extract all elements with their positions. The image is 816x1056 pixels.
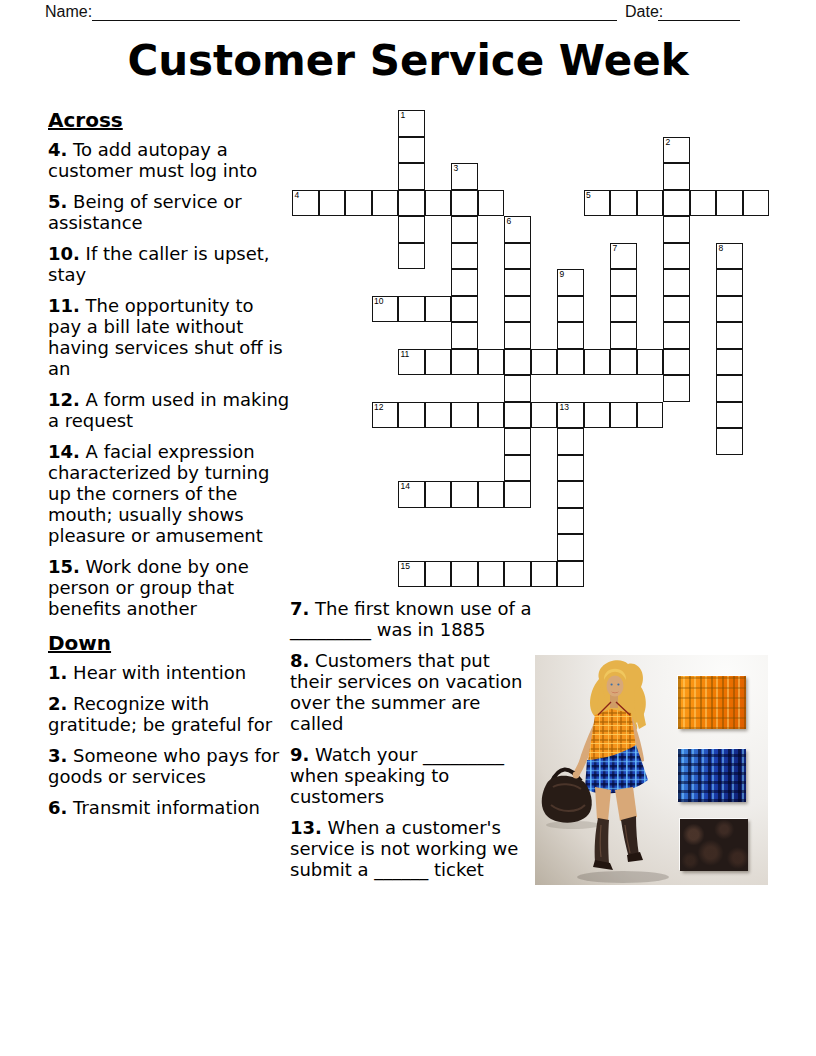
cell-10-14[interactable] [663,375,690,402]
void-cell [292,163,319,190]
void-cell [345,534,372,561]
cell-17-10[interactable] [557,561,584,588]
void-cell [425,534,452,561]
void-cell [637,375,664,402]
void-cell [345,243,372,270]
void-cell [690,216,717,243]
cell-17-6[interactable] [451,561,478,588]
cell-4-8[interactable]: 6 [504,216,531,243]
void-cell [743,349,770,376]
void-cell [663,481,690,508]
cell-9-6[interactable] [451,349,478,376]
down-clue-list-right: 7. The first known use of a _________ wa… [290,598,533,880]
cell-14-4[interactable]: 14 [398,481,425,508]
void-cell [663,508,690,535]
crossword-grid: 123456789101112131415 [292,110,769,587]
across-clue-list: 4. To add autopay a customer must log in… [48,139,291,619]
void-cell [345,428,372,455]
void-cell [292,269,319,296]
void-cell [584,561,611,588]
void-cell [372,428,399,455]
void-cell [425,137,452,164]
void-cell [425,163,452,190]
cell-9-5[interactable] [425,349,452,376]
void-cell [372,508,399,535]
cell-11-16[interactable] [716,402,743,429]
void-cell [557,190,584,217]
void-cell [504,508,531,535]
cell-6-16[interactable] [716,269,743,296]
void-cell [584,163,611,190]
void-cell [451,508,478,535]
void-cell [372,137,399,164]
void-cell [425,508,452,535]
void-cell [531,163,558,190]
cell-1-4[interactable] [398,137,425,164]
clues-left-column: Across 4. To add autopay a customer must… [48,110,291,828]
void-cell [743,534,770,561]
void-cell [584,243,611,270]
blue-plaid-swatch [678,749,746,802]
void-cell [478,508,505,535]
cell-3-4[interactable] [398,190,425,217]
cell-number-2: 2 [666,138,671,147]
void-cell [345,296,372,323]
cell-8-8[interactable] [504,322,531,349]
cell-7-12[interactable] [610,296,637,323]
cell-11-13[interactable] [637,402,664,429]
cell-16-10[interactable] [557,534,584,561]
cell-9-10[interactable] [557,349,584,376]
void-cell [425,216,452,243]
void-cell [292,296,319,323]
void-cell [398,375,425,402]
cell-7-6[interactable] [451,296,478,323]
void-cell [372,269,399,296]
clue-number: 9. [290,744,309,765]
cell-6-12[interactable] [610,269,637,296]
clue-number: 8. [290,650,309,671]
cell-17-5[interactable] [425,561,452,588]
void-cell [292,110,319,137]
void-cell [478,428,505,455]
void-cell [478,322,505,349]
cell-10-16[interactable] [716,375,743,402]
cell-5-16[interactable]: 8 [716,243,743,270]
void-cell [372,163,399,190]
void-cell [451,137,478,164]
void-cell [504,534,531,561]
clue-number: 4. [48,139,67,160]
void-cell [584,481,611,508]
void-cell [531,243,558,270]
cell-8-6[interactable] [451,322,478,349]
void-cell [690,349,717,376]
cell-5-14[interactable] [663,243,690,270]
void-cell [372,243,399,270]
cell-8-10[interactable] [557,322,584,349]
void-cell [557,243,584,270]
void-cell [531,428,558,455]
name-fill-line[interactable] [92,4,617,21]
clue-number: 11. [48,295,80,316]
void-cell [345,349,372,376]
cell-14-5[interactable] [425,481,452,508]
cell-12-16[interactable] [716,428,743,455]
floor-shadow [577,871,669,883]
cell-7-14[interactable] [663,296,690,323]
cell-5-8[interactable] [504,243,531,270]
void-cell [584,508,611,535]
cell-number-11: 11 [401,350,410,359]
cell-1-14[interactable]: 2 [663,137,690,164]
void-cell [345,137,372,164]
cell-3-13[interactable] [637,190,664,217]
void-cell [663,561,690,588]
cell-11-12[interactable] [610,402,637,429]
clue-3: 3. Someone who pays for goods or service… [48,745,291,787]
void-cell [663,534,690,561]
void-cell [716,216,743,243]
cell-number-10: 10 [374,297,383,306]
cell-11-7[interactable] [478,402,505,429]
cell-2-6[interactable]: 3 [451,163,478,190]
void-cell [610,163,637,190]
cell-9-8[interactable] [504,349,531,376]
void-cell [319,508,346,535]
void-cell [743,402,770,429]
void-cell [610,481,637,508]
across-heading: Across [48,110,291,131]
void-cell [610,455,637,482]
void-cell [372,216,399,243]
void-cell [584,428,611,455]
void-cell [690,375,717,402]
cell-11-5[interactable] [425,402,452,429]
cell-14-7[interactable] [478,481,505,508]
cell-3-7[interactable] [478,190,505,217]
cell-17-8[interactable] [504,561,531,588]
cell-6-10[interactable]: 9 [557,269,584,296]
cell-number-12: 12 [374,403,383,412]
void-cell [610,534,637,561]
void-cell [372,481,399,508]
clue-number: 10. [48,243,80,264]
void-cell [531,322,558,349]
cell-11-9[interactable] [531,402,558,429]
cell-number-4: 4 [295,191,300,200]
void-cell [425,322,452,349]
clue-7: 7. The first known use of a _________ wa… [290,598,533,640]
void-cell [425,269,452,296]
cell-number-3: 3 [454,164,459,173]
clue-11: 11. The opportunity to pay a bill late w… [48,295,291,379]
void-cell [478,243,505,270]
void-cell [319,561,346,588]
void-cell [743,243,770,270]
void-cell [319,428,346,455]
void-cell [319,163,346,190]
void-cell [690,137,717,164]
cell-7-3[interactable]: 10 [372,296,399,323]
clue-4: 4. To add autopay a customer must log in… [48,139,291,181]
cell-5-12[interactable]: 7 [610,243,637,270]
void-cell [292,428,319,455]
void-cell [292,534,319,561]
cell-3-1[interactable] [319,190,346,217]
void-cell [478,455,505,482]
name-label: Name: [45,3,92,21]
void-cell [716,561,743,588]
void-cell [504,163,531,190]
void-cell [398,534,425,561]
cell-14-6[interactable] [451,481,478,508]
void-cell [716,137,743,164]
void-cell [743,481,770,508]
void-cell [345,163,372,190]
cell-number-9: 9 [560,270,565,279]
cell-17-7[interactable] [478,561,505,588]
cell-11-4[interactable] [398,402,425,429]
void-cell [425,243,452,270]
void-cell [584,296,611,323]
void-cell [319,349,346,376]
void-cell [451,375,478,402]
void-cell [345,216,372,243]
void-cell [690,508,717,535]
clue-number: 7. [290,598,309,619]
cell-7-10[interactable] [557,296,584,323]
void-cell [716,455,743,482]
void-cell [398,322,425,349]
void-cell [504,110,531,137]
cell-3-0[interactable]: 4 [292,190,319,217]
void-cell [398,269,425,296]
void-cell [743,269,770,296]
cell-9-4[interactable]: 11 [398,349,425,376]
cell-11-11[interactable] [584,402,611,429]
clue-13: 13. When a customer's service is not wor… [290,817,533,880]
cell-2-14[interactable] [663,163,690,190]
cell-17-4[interactable]: 15 [398,561,425,588]
void-cell [292,508,319,535]
cell-15-10[interactable] [557,508,584,535]
void-cell [478,163,505,190]
void-cell [690,296,717,323]
cell-3-16[interactable] [716,190,743,217]
void-cell [610,508,637,535]
void-cell [345,110,372,137]
cell-7-8[interactable] [504,296,531,323]
void-cell [690,534,717,561]
clue-number: 13. [290,817,322,838]
void-cell [637,481,664,508]
cell-11-8[interactable] [504,402,531,429]
void-cell [292,561,319,588]
cell-9-12[interactable] [610,349,637,376]
void-cell [478,216,505,243]
cell-11-3[interactable]: 12 [372,402,399,429]
cell-14-8[interactable] [504,481,531,508]
void-cell [716,110,743,137]
void-cell [531,110,558,137]
void-cell [743,508,770,535]
cell-11-6[interactable] [451,402,478,429]
void-cell [425,110,452,137]
cell-7-5[interactable] [425,296,452,323]
cell-3-3[interactable] [372,190,399,217]
void-cell [716,481,743,508]
worksheet-page: { "game": "crossword", "title": "Custome… [0,0,816,1056]
cell-3-6[interactable] [451,190,478,217]
void-cell [398,508,425,535]
void-cell [610,216,637,243]
cell-9-13[interactable] [637,349,664,376]
void-cell [292,402,319,429]
cell-7-4[interactable] [398,296,425,323]
void-cell [716,534,743,561]
void-cell [663,455,690,482]
cell-2-4[interactable] [398,163,425,190]
cell-6-14[interactable] [663,269,690,296]
void-cell [372,322,399,349]
cell-3-11[interactable]: 5 [584,190,611,217]
void-cell [690,243,717,270]
cell-0-4[interactable]: 1 [398,110,425,137]
cell-number-7: 7 [613,244,618,253]
void-cell [319,110,346,137]
void-cell [425,375,452,402]
void-cell [478,137,505,164]
void-cell [292,243,319,270]
cell-13-8[interactable] [504,455,531,482]
void-cell [531,216,558,243]
cell-10-8[interactable] [504,375,531,402]
void-cell [690,110,717,137]
void-cell [478,296,505,323]
cell-9-14[interactable] [663,349,690,376]
cell-6-6[interactable] [451,269,478,296]
cell-5-4[interactable] [398,243,425,270]
void-cell [504,190,531,217]
clue-12: 12. A form used in making a request [48,389,291,431]
void-cell [637,243,664,270]
cell-number-13: 13 [560,403,569,412]
void-cell [531,296,558,323]
void-cell [345,269,372,296]
void-cell [292,375,319,402]
void-cell [292,216,319,243]
void-cell [345,481,372,508]
void-cell [504,137,531,164]
cell-3-2[interactable] [345,190,372,217]
void-cell [398,455,425,482]
void-cell [451,455,478,482]
void-cell [690,561,717,588]
void-cell [637,216,664,243]
void-cell [292,481,319,508]
clue-number: 15. [48,556,80,577]
void-cell [451,534,478,561]
clue-14: 14. A facial expression characterized by… [48,441,291,546]
void-cell [584,322,611,349]
void-cell [690,455,717,482]
cell-12-8[interactable] [504,428,531,455]
cell-8-14[interactable] [663,322,690,349]
cell-3-15[interactable] [690,190,717,217]
void-cell [637,110,664,137]
void-cell [425,428,452,455]
cell-number-1: 1 [401,111,406,120]
void-cell [743,455,770,482]
cell-11-10[interactable]: 13 [557,402,584,429]
void-cell [557,110,584,137]
void-cell [372,375,399,402]
cell-4-14[interactable] [663,216,690,243]
cell-9-7[interactable] [478,349,505,376]
cell-3-12[interactable] [610,190,637,217]
void-cell [610,561,637,588]
cell-8-12[interactable] [610,322,637,349]
cell-6-8[interactable] [504,269,531,296]
void-cell [531,508,558,535]
clue-6: 6. Transmit information [48,797,291,818]
void-cell [292,137,319,164]
cell-7-16[interactable] [716,296,743,323]
cell-12-10[interactable] [557,428,584,455]
void-cell [531,455,558,482]
void-cell [663,110,690,137]
clue-number: 12. [48,389,80,410]
cell-9-16[interactable] [716,349,743,376]
void-cell [584,137,611,164]
cell-3-17[interactable] [743,190,770,217]
void-cell [610,375,637,402]
cell-5-6[interactable] [451,243,478,270]
void-cell [531,190,558,217]
void-cell [372,455,399,482]
void-cell [398,428,425,455]
void-cell [451,428,478,455]
void-cell [637,322,664,349]
void-cell [557,163,584,190]
void-cell [743,375,770,402]
cell-17-9[interactable] [531,561,558,588]
void-cell [292,349,319,376]
void-cell [319,375,346,402]
cell-3-5[interactable] [425,190,452,217]
clue-2: 2. Recognize with gratitude; be grateful… [48,693,291,735]
cell-number-5: 5 [586,191,591,200]
void-cell [637,561,664,588]
void-cell [557,137,584,164]
void-cell [637,455,664,482]
date-fill-line[interactable] [658,4,740,21]
cell-number-14: 14 [401,482,410,491]
cell-4-6[interactable] [451,216,478,243]
cell-3-14[interactable] [663,190,690,217]
void-cell [743,216,770,243]
cell-9-11[interactable] [584,349,611,376]
cell-8-16[interactable] [716,322,743,349]
void-cell [637,296,664,323]
cell-14-10[interactable] [557,481,584,508]
illustration-panel [535,655,768,885]
cell-9-9[interactable] [531,349,558,376]
cell-13-10[interactable] [557,455,584,482]
clue-5: 5. Being of service or assistance [48,191,291,233]
cell-4-4[interactable] [398,216,425,243]
